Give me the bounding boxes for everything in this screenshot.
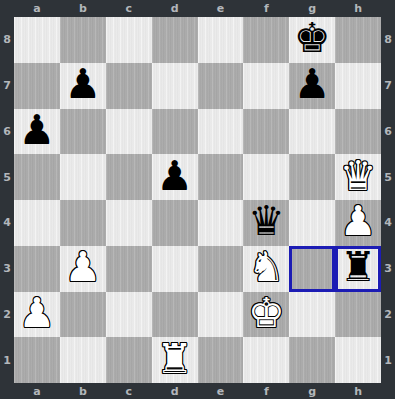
square-e7[interactable] — [198, 63, 244, 109]
rank-labels-right: 87654321 — [381, 17, 395, 383]
piece-black-king[interactable]: ♚ — [294, 18, 331, 59]
square-a4[interactable] — [14, 200, 60, 246]
file-labels-top: abcdefgh — [14, 0, 381, 17]
rank-label-6-left: 6 — [0, 109, 14, 155]
square-a1[interactable] — [14, 337, 60, 383]
rank-label-5-right: 5 — [381, 154, 395, 200]
square-e5[interactable] — [198, 154, 244, 200]
file-label-b-bottom: b — [60, 383, 106, 399]
square-g2[interactable] — [289, 292, 335, 338]
square-e2[interactable] — [198, 292, 244, 338]
square-g7[interactable]: ♟ — [289, 63, 335, 109]
square-g4[interactable] — [289, 200, 335, 246]
piece-white-rook[interactable]: ♜ — [156, 339, 193, 380]
square-h8[interactable] — [335, 17, 381, 63]
square-h1[interactable] — [335, 337, 381, 383]
square-d2[interactable] — [152, 292, 198, 338]
square-b8[interactable] — [60, 17, 106, 63]
square-c1[interactable] — [106, 337, 152, 383]
file-label-a-top: a — [14, 0, 60, 17]
square-d3[interactable] — [152, 246, 198, 292]
piece-black-queen[interactable]: ♛ — [248, 201, 285, 242]
square-f4[interactable]: ♛ — [243, 200, 289, 246]
square-d5[interactable]: ♟ — [152, 154, 198, 200]
rank-label-5-left: 5 — [0, 154, 14, 200]
piece-white-queen[interactable]: ♛ — [340, 156, 377, 197]
piece-white-pawn[interactable]: ♟ — [340, 201, 377, 242]
square-e6[interactable] — [198, 109, 244, 155]
square-c5[interactable] — [106, 154, 152, 200]
file-label-g-bottom: g — [289, 383, 335, 399]
file-label-d-top: d — [152, 0, 198, 17]
square-b3[interactable]: ♟ — [60, 246, 106, 292]
file-label-h-bottom: h — [335, 383, 381, 399]
rank-labels-left: 87654321 — [0, 17, 14, 383]
square-c3[interactable] — [106, 246, 152, 292]
square-d1[interactable]: ♜ — [152, 337, 198, 383]
square-g6[interactable] — [289, 109, 335, 155]
square-f2[interactable]: ♚ — [243, 292, 289, 338]
file-label-c-top: c — [106, 0, 152, 17]
rank-label-3-left: 3 — [0, 246, 14, 292]
rank-label-2-left: 2 — [0, 292, 14, 338]
square-b5[interactable] — [60, 154, 106, 200]
piece-black-rook[interactable]: ♜ — [340, 247, 377, 288]
square-e3[interactable] — [198, 246, 244, 292]
rank-label-1-right: 1 — [381, 337, 395, 383]
square-f7[interactable] — [243, 63, 289, 109]
piece-black-pawn[interactable]: ♟ — [294, 64, 331, 105]
square-g3[interactable] — [289, 246, 335, 292]
rank-label-8-right: 8 — [381, 17, 395, 63]
square-h3[interactable]: ♜ — [335, 246, 381, 292]
file-label-g-top: g — [289, 0, 335, 17]
square-d8[interactable] — [152, 17, 198, 63]
square-f6[interactable] — [243, 109, 289, 155]
file-label-c-bottom: c — [106, 383, 152, 399]
file-label-e-bottom: e — [198, 383, 244, 399]
square-g8[interactable]: ♚ — [289, 17, 335, 63]
square-a7[interactable] — [14, 63, 60, 109]
square-b1[interactable] — [60, 337, 106, 383]
square-f8[interactable] — [243, 17, 289, 63]
square-f3[interactable]: ♞ — [243, 246, 289, 292]
rank-label-3-right: 3 — [381, 246, 395, 292]
piece-black-pawn[interactable]: ♟ — [64, 64, 101, 105]
square-h7[interactable] — [335, 63, 381, 109]
square-c8[interactable] — [106, 17, 152, 63]
square-h5[interactable]: ♛ — [335, 154, 381, 200]
file-label-h-top: h — [335, 0, 381, 17]
file-label-f-top: f — [243, 0, 289, 17]
square-a3[interactable] — [14, 246, 60, 292]
chess-board: ♚♟♟♟♟♛♛♟♟♞♜♟♚♜ — [14, 17, 381, 383]
square-h6[interactable] — [335, 109, 381, 155]
square-d4[interactable] — [152, 200, 198, 246]
square-f1[interactable] — [243, 337, 289, 383]
square-d6[interactable] — [152, 109, 198, 155]
square-e4[interactable] — [198, 200, 244, 246]
piece-white-king[interactable]: ♚ — [248, 293, 285, 334]
rank-label-4-left: 4 — [0, 200, 14, 246]
file-label-a-bottom: a — [14, 383, 60, 399]
square-a6[interactable]: ♟ — [14, 109, 60, 155]
square-e8[interactable] — [198, 17, 244, 63]
square-b6[interactable] — [60, 109, 106, 155]
file-label-f-bottom: f — [243, 383, 289, 399]
square-c6[interactable] — [106, 109, 152, 155]
square-g5[interactable] — [289, 154, 335, 200]
rank-label-7-left: 7 — [0, 63, 14, 109]
file-label-d-bottom: d — [152, 383, 198, 399]
piece-white-knight[interactable]: ♞ — [248, 247, 285, 288]
rank-label-1-left: 1 — [0, 337, 14, 383]
file-label-e-top: e — [198, 0, 244, 17]
file-label-b-top: b — [60, 0, 106, 17]
square-b7[interactable]: ♟ — [60, 63, 106, 109]
piece-black-pawn[interactable]: ♟ — [19, 110, 56, 151]
piece-black-pawn[interactable]: ♟ — [156, 156, 193, 197]
square-a2[interactable]: ♟ — [14, 292, 60, 338]
square-h4[interactable]: ♟ — [335, 200, 381, 246]
square-a8[interactable] — [14, 17, 60, 63]
rank-label-4-right: 4 — [381, 200, 395, 246]
file-labels-bottom: abcdefgh — [14, 383, 381, 399]
piece-white-pawn[interactable]: ♟ — [64, 247, 101, 288]
square-c2[interactable] — [106, 292, 152, 338]
rank-label-8-left: 8 — [0, 17, 14, 63]
square-h2[interactable] — [335, 292, 381, 338]
piece-white-pawn[interactable]: ♟ — [19, 293, 56, 334]
square-b2[interactable] — [60, 292, 106, 338]
rank-label-2-right: 2 — [381, 292, 395, 338]
square-b4[interactable] — [60, 200, 106, 246]
square-f5[interactable] — [243, 154, 289, 200]
square-a5[interactable] — [14, 154, 60, 200]
square-c7[interactable] — [106, 63, 152, 109]
square-c4[interactable] — [106, 200, 152, 246]
square-d7[interactable] — [152, 63, 198, 109]
chess-app-window: abcdefgh abcdefgh 87654321 87654321 ♚♟♟♟… — [0, 0, 395, 399]
square-e1[interactable] — [198, 337, 244, 383]
square-g1[interactable] — [289, 337, 335, 383]
rank-label-6-right: 6 — [381, 109, 395, 155]
rank-label-7-right: 7 — [381, 63, 395, 109]
